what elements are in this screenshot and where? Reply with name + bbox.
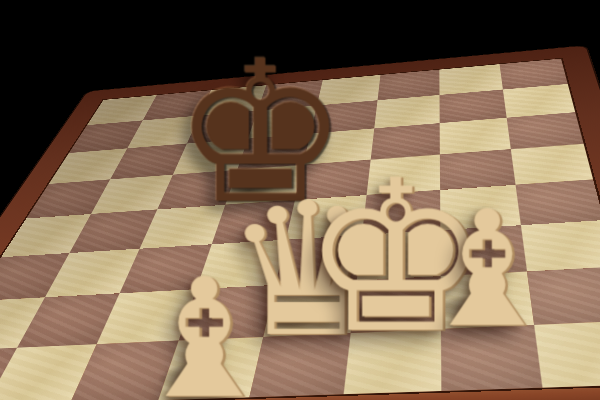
square-g2: ♝ [441, 271, 535, 329]
white-bishop-d1: ♝ [130, 274, 278, 396]
camera-roll: ♚♛♚♝♝ [0, 0, 600, 400]
square-h6 [507, 112, 584, 149]
square-d1: ♝ [158, 337, 263, 400]
board-3d-wrapper: ♚♛♚♝♝ [0, 0, 600, 400]
bishop-icon: ♝ [130, 274, 278, 400]
square-b3 [45, 249, 140, 298]
board-grid: ♚♛♚♝♝ [0, 59, 600, 400]
board-frame: ♚♛♚♝♝ [0, 46, 600, 400]
bishop-icon: ♝ [415, 206, 559, 334]
square-g1 [441, 325, 543, 391]
scene: ♚♛♚♝♝ [0, 0, 600, 400]
square-f1 [344, 329, 442, 394]
square-h1 [534, 321, 600, 388]
white-bishop-g2: ♝ [415, 206, 559, 324]
